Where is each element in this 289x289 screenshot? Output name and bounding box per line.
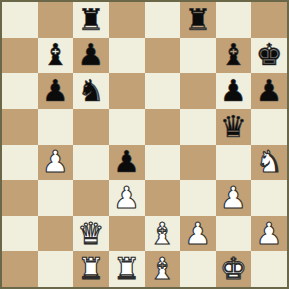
square-d7[interactable]	[109, 38, 145, 74]
square-a1[interactable]	[2, 251, 38, 287]
piece-white-rook[interactable]: ♜	[113, 254, 140, 284]
square-g4[interactable]	[216, 145, 252, 181]
square-c1[interactable]: ♜	[73, 251, 109, 287]
square-g5[interactable]: ♛	[216, 109, 252, 145]
piece-white-rook[interactable]: ♜	[78, 254, 105, 284]
piece-white-knight[interactable]: ♞	[256, 147, 283, 177]
square-d5[interactable]	[109, 109, 145, 145]
square-a6[interactable]	[2, 73, 38, 109]
square-f1[interactable]	[180, 251, 216, 287]
piece-black-pawn[interactable]: ♟	[113, 147, 140, 177]
piece-white-pawn[interactable]: ♟	[184, 219, 211, 249]
piece-black-bishop[interactable]: ♝	[42, 40, 69, 70]
square-g1[interactable]: ♚	[216, 251, 252, 287]
square-f5[interactable]	[180, 109, 216, 145]
square-b8[interactable]	[38, 2, 74, 38]
square-c8[interactable]: ♜	[73, 2, 109, 38]
piece-black-rook[interactable]: ♜	[78, 5, 105, 35]
piece-black-pawn[interactable]: ♟	[78, 40, 105, 70]
square-b4[interactable]: ♟	[38, 145, 74, 181]
piece-black-rook[interactable]: ♜	[184, 5, 211, 35]
piece-black-pawn[interactable]: ♟	[256, 76, 283, 106]
square-d2[interactable]	[109, 216, 145, 252]
square-e5[interactable]	[145, 109, 181, 145]
square-g8[interactable]	[216, 2, 252, 38]
piece-white-pawn[interactable]: ♟	[256, 219, 283, 249]
square-c5[interactable]	[73, 109, 109, 145]
square-e8[interactable]	[145, 2, 181, 38]
square-f7[interactable]	[180, 38, 216, 74]
square-f6[interactable]	[180, 73, 216, 109]
square-c2[interactable]: ♛	[73, 216, 109, 252]
square-e7[interactable]	[145, 38, 181, 74]
square-a2[interactable]	[2, 216, 38, 252]
square-e3[interactable]	[145, 180, 181, 216]
piece-black-pawn[interactable]: ♟	[220, 76, 247, 106]
square-g7[interactable]: ♝	[216, 38, 252, 74]
square-h7[interactable]: ♚	[251, 38, 287, 74]
piece-black-bishop[interactable]: ♝	[220, 40, 247, 70]
square-a5[interactable]	[2, 109, 38, 145]
square-c4[interactable]	[73, 145, 109, 181]
piece-white-pawn[interactable]: ♟	[42, 147, 69, 177]
square-g2[interactable]	[216, 216, 252, 252]
square-f3[interactable]	[180, 180, 216, 216]
piece-white-bishop[interactable]: ♝	[149, 219, 176, 249]
square-f8[interactable]: ♜	[180, 2, 216, 38]
piece-white-queen[interactable]: ♛	[78, 219, 105, 249]
square-e1[interactable]: ♝	[145, 251, 181, 287]
square-d3[interactable]: ♟	[109, 180, 145, 216]
square-f4[interactable]	[180, 145, 216, 181]
square-b1[interactable]	[38, 251, 74, 287]
square-d6[interactable]	[109, 73, 145, 109]
square-a8[interactable]	[2, 2, 38, 38]
piece-white-king[interactable]: ♚	[220, 254, 247, 284]
square-b5[interactable]	[38, 109, 74, 145]
square-f2[interactable]: ♟	[180, 216, 216, 252]
piece-black-knight[interactable]: ♞	[78, 76, 105, 106]
square-e6[interactable]	[145, 73, 181, 109]
piece-white-bishop[interactable]: ♝	[149, 254, 176, 284]
square-d4[interactable]: ♟	[109, 145, 145, 181]
square-h1[interactable]	[251, 251, 287, 287]
square-h6[interactable]: ♟	[251, 73, 287, 109]
square-e4[interactable]	[145, 145, 181, 181]
square-d1[interactable]: ♜	[109, 251, 145, 287]
square-d8[interactable]	[109, 2, 145, 38]
piece-black-pawn[interactable]: ♟	[42, 76, 69, 106]
piece-black-queen[interactable]: ♛	[220, 112, 247, 142]
square-b3[interactable]	[38, 180, 74, 216]
square-e2[interactable]: ♝	[145, 216, 181, 252]
square-a7[interactable]	[2, 38, 38, 74]
square-b6[interactable]: ♟	[38, 73, 74, 109]
square-a4[interactable]	[2, 145, 38, 181]
square-b7[interactable]: ♝	[38, 38, 74, 74]
square-c6[interactable]: ♞	[73, 73, 109, 109]
chess-board: ♜♜♝♟♝♚♟♞♟♟♛♟♟♞♟♟♛♝♟♟♜♜♝♚	[0, 0, 289, 289]
square-b2[interactable]	[38, 216, 74, 252]
square-c7[interactable]: ♟	[73, 38, 109, 74]
piece-white-pawn[interactable]: ♟	[220, 183, 247, 213]
piece-black-king[interactable]: ♚	[256, 40, 283, 70]
square-h3[interactable]	[251, 180, 287, 216]
square-h2[interactable]: ♟	[251, 216, 287, 252]
square-c3[interactable]	[73, 180, 109, 216]
square-g3[interactable]: ♟	[216, 180, 252, 216]
square-h8[interactable]	[251, 2, 287, 38]
square-g6[interactable]: ♟	[216, 73, 252, 109]
square-h4[interactable]: ♞	[251, 145, 287, 181]
piece-white-pawn[interactable]: ♟	[113, 183, 140, 213]
square-h5[interactable]	[251, 109, 287, 145]
square-a3[interactable]	[2, 180, 38, 216]
